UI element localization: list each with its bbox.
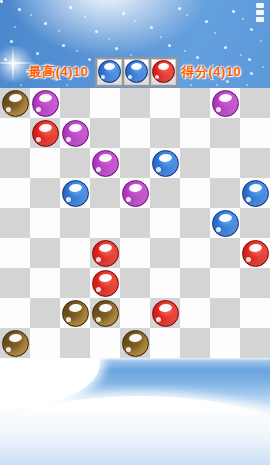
board-cell[interactable] <box>150 148 180 178</box>
board-cell[interactable] <box>210 178 240 208</box>
menu-icon[interactable] <box>256 3 264 22</box>
board-cell[interactable] <box>30 118 60 148</box>
board-cell[interactable] <box>0 268 30 298</box>
brown-ball[interactable] <box>92 300 119 327</box>
blue-ball <box>98 60 121 83</box>
board-cell[interactable] <box>30 328 60 358</box>
board-cell[interactable] <box>240 148 270 178</box>
board-cell[interactable] <box>90 298 120 328</box>
brown-ball[interactable] <box>122 330 149 357</box>
brown-ball[interactable] <box>62 300 89 327</box>
board-cell[interactable] <box>180 268 210 298</box>
board-cell[interactable] <box>210 298 240 328</box>
blue-ball <box>125 60 148 83</box>
board-cell[interactable] <box>60 148 90 178</box>
board-cell[interactable] <box>120 298 150 328</box>
snow-ground <box>0 358 270 465</box>
score-bar: 最高(4)10 得分(4)10 <box>0 56 270 87</box>
board-cell[interactable] <box>120 238 150 268</box>
purple-ball[interactable] <box>122 180 149 207</box>
board-cell[interactable] <box>210 208 240 238</box>
board-cell[interactable] <box>90 178 120 208</box>
red-ball[interactable] <box>242 240 269 267</box>
board-cell[interactable] <box>240 298 270 328</box>
board-cell[interactable] <box>30 148 60 178</box>
board-cell[interactable] <box>150 118 180 148</box>
board-cell[interactable] <box>0 118 30 148</box>
blue-ball[interactable] <box>212 210 239 237</box>
board-cell[interactable] <box>120 148 150 178</box>
purple-ball[interactable] <box>92 150 119 177</box>
board-cell[interactable] <box>30 298 60 328</box>
board-cell[interactable] <box>0 178 30 208</box>
board-cell[interactable] <box>120 328 150 358</box>
board-cell[interactable] <box>90 88 120 118</box>
red-ball[interactable] <box>32 120 59 147</box>
board-cell[interactable] <box>210 328 240 358</box>
red-ball[interactable] <box>92 240 119 267</box>
board-cell[interactable] <box>120 178 150 208</box>
board-cell[interactable] <box>60 208 90 238</box>
board-cell[interactable] <box>30 268 60 298</box>
purple-ball[interactable] <box>32 90 59 117</box>
board-cell[interactable] <box>180 118 210 148</box>
board-cell[interactable] <box>120 88 150 118</box>
board-cell[interactable] <box>150 298 180 328</box>
next-ball-slot <box>149 57 178 87</box>
board-cell[interactable] <box>150 178 180 208</box>
board-cell[interactable] <box>150 328 180 358</box>
next-ball-slot <box>95 57 124 87</box>
board-cell[interactable] <box>60 118 90 148</box>
board-cell[interactable] <box>90 328 120 358</box>
board-cell[interactable] <box>180 328 210 358</box>
board-cell[interactable] <box>30 88 60 118</box>
red-ball[interactable] <box>152 300 179 327</box>
board-cell[interactable] <box>210 268 240 298</box>
purple-ball[interactable] <box>62 120 89 147</box>
blue-ball[interactable] <box>242 180 269 207</box>
board-cell[interactable] <box>90 238 120 268</box>
board-cell[interactable] <box>240 88 270 118</box>
next-ball-slot <box>122 57 151 87</box>
board-cell[interactable] <box>150 88 180 118</box>
board-cell[interactable] <box>180 178 210 208</box>
game-screen: 最高(4)10 得分(4)10 <box>0 0 270 465</box>
board-cell[interactable] <box>240 118 270 148</box>
board-cell[interactable] <box>240 238 270 268</box>
board-cell[interactable] <box>210 148 240 178</box>
board-cell[interactable] <box>120 118 150 148</box>
purple-ball[interactable] <box>212 90 239 117</box>
brown-ball[interactable] <box>2 90 29 117</box>
board-cell[interactable] <box>30 178 60 208</box>
board-cell[interactable] <box>0 88 30 118</box>
board-cell[interactable] <box>60 238 90 268</box>
blue-ball[interactable] <box>62 180 89 207</box>
game-board <box>0 88 270 358</box>
brown-ball[interactable] <box>2 330 29 357</box>
board-cell[interactable] <box>60 298 90 328</box>
board-cell[interactable] <box>150 208 180 238</box>
board-cell[interactable] <box>120 208 150 238</box>
board-cell[interactable] <box>90 148 120 178</box>
board-cell[interactable] <box>180 238 210 268</box>
board-cell[interactable] <box>180 148 210 178</box>
board-cell[interactable] <box>240 208 270 238</box>
red-ball[interactable] <box>92 270 119 297</box>
blue-ball[interactable] <box>152 150 179 177</box>
board-cell[interactable] <box>180 208 210 238</box>
board-cell[interactable] <box>90 268 120 298</box>
board-cell[interactable] <box>30 238 60 268</box>
board-cell[interactable] <box>30 208 60 238</box>
board-cell[interactable] <box>90 208 120 238</box>
best-score-label: 最高(4)10 <box>29 63 89 81</box>
board-cell[interactable] <box>60 268 90 298</box>
board-cell[interactable] <box>120 268 150 298</box>
board-cell[interactable] <box>60 88 90 118</box>
ground-bottom-tint <box>0 405 270 465</box>
board-cell[interactable] <box>90 118 120 148</box>
board-cell[interactable] <box>240 178 270 208</box>
board-cell[interactable] <box>240 328 270 358</box>
board-cell[interactable] <box>150 238 180 268</box>
next-balls-preview <box>95 57 176 87</box>
board-cell[interactable] <box>210 88 240 118</box>
board-cell[interactable] <box>0 148 30 178</box>
board-cell[interactable] <box>210 118 240 148</box>
board-cell[interactable] <box>150 268 180 298</box>
board-cell[interactable] <box>0 208 30 238</box>
board-cell[interactable] <box>240 268 270 298</box>
board-cell[interactable] <box>210 238 240 268</box>
board-cell[interactable] <box>0 238 30 268</box>
board-cell[interactable] <box>180 298 210 328</box>
board-cell[interactable] <box>0 328 30 358</box>
current-score-label: 得分(4)10 <box>182 63 242 81</box>
board-cell[interactable] <box>60 328 90 358</box>
board-cell[interactable] <box>180 88 210 118</box>
board-cell[interactable] <box>60 178 90 208</box>
red-ball <box>152 60 175 83</box>
board-cell[interactable] <box>0 298 30 328</box>
